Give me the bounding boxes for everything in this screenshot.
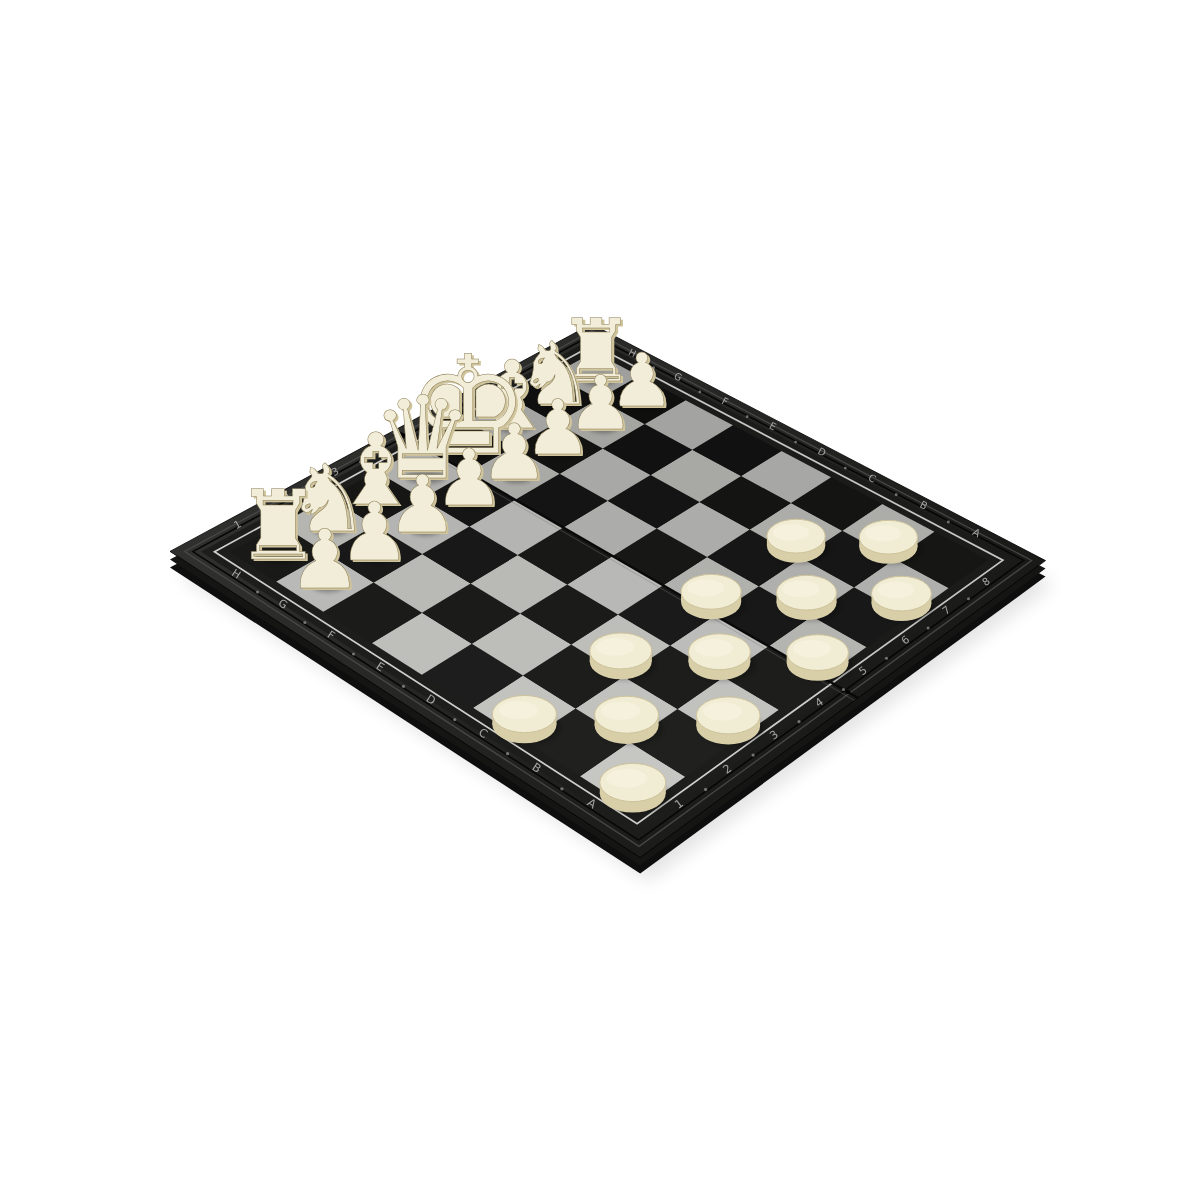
checker-highlight [687, 579, 724, 596]
checker-highlight [703, 702, 743, 720]
band-dot [402, 685, 405, 688]
checker-highlight [596, 638, 634, 656]
board-scene: HGFEDCBAHGFEDCBA1234567812345678♜♜♞♞♟♟♝♝… [0, 0, 1200, 1200]
checker-highlight [773, 524, 809, 541]
band-dot [842, 688, 845, 691]
checker-highlight [878, 581, 915, 598]
band-dot [352, 652, 355, 655]
checker-b2[interactable] [595, 696, 664, 745]
band-dot [947, 521, 950, 524]
chess-piece-p-g1[interactable]: ♟♟ [288, 512, 364, 609]
band-dot [797, 720, 800, 723]
band-dot [506, 752, 509, 755]
checker-highlight [695, 639, 733, 657]
checker-c1[interactable] [492, 695, 561, 744]
checker-highlight [783, 580, 820, 597]
band-dot [895, 493, 898, 496]
band-dot [751, 753, 754, 756]
band-dot [699, 391, 702, 394]
band-dot [560, 787, 563, 790]
band-dot [704, 788, 707, 791]
checker-highlight [865, 525, 901, 542]
checker-a3[interactable] [696, 697, 764, 746]
checker-highlight [793, 640, 831, 658]
band-dot [967, 597, 970, 600]
band-dot [794, 441, 797, 444]
piece-glyph: ♟ [288, 512, 362, 607]
band-dot [256, 590, 259, 593]
checker-highlight [601, 701, 641, 720]
hinge-notch-1 [846, 690, 850, 694]
band-dot [927, 627, 930, 630]
checker-highlight [606, 769, 647, 788]
band-dot [844, 467, 847, 470]
band-dot [453, 718, 456, 721]
checker-a1[interactable] [600, 763, 671, 813]
checker-highlight [499, 701, 539, 720]
band-dot [885, 657, 888, 660]
band-dot [303, 621, 306, 624]
product-photo-chess-checkers-set: HGFEDCBAHGFEDCBA1234567812345678♜♜♞♞♟♟♝♝… [0, 0, 1200, 1200]
band-dot [746, 415, 749, 418]
